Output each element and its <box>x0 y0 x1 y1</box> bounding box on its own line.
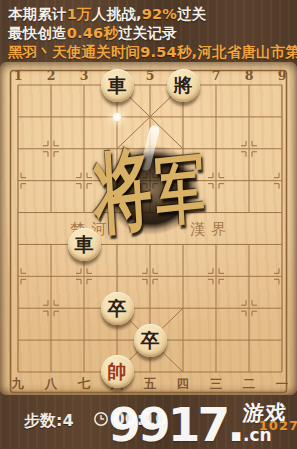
info-line: 本期累计1万人挑战,92%过关 <box>8 5 297 24</box>
moves-value: 4 <box>62 411 73 430</box>
col-label: 二 <box>243 376 256 393</box>
col-label: 八 <box>45 376 58 393</box>
info-line: 黑羽丶天使通关时间9.54秒,河北省唐山市第17 <box>8 43 297 62</box>
piece-red-general[interactable]: 帥 <box>101 355 134 388</box>
app-screen: 本期累计1万人挑战,92%过关最快创造0.46秒过关记录黑羽丶天使通关时间9.5… <box>0 0 297 449</box>
piece-black-soldier-1[interactable]: 卒 <box>101 292 134 325</box>
col-label: 三 <box>210 376 223 393</box>
info-segment: 本期累计 <box>8 6 67 22</box>
info-segment: 1万 <box>67 6 92 22</box>
watermark-domain: .cn <box>243 427 272 443</box>
col-label: 5 <box>146 68 155 83</box>
status-bar: 步数:4 00:10 9917. 游戏 1027 .cn <box>0 395 297 449</box>
challenge-info: 本期累计1万人挑战,92%过关最快创造0.46秒过关记录黑羽丶天使通关时间9.5… <box>8 5 297 62</box>
timer-value: 00:10 <box>113 409 167 429</box>
info-segment: 过关 <box>177 6 206 22</box>
piece-black-general[interactable]: 將 <box>167 69 200 102</box>
col-label: 七 <box>78 376 91 393</box>
check-overlay-text: 将 <box>91 129 155 257</box>
col-label: 五 <box>144 376 157 393</box>
col-label: 3 <box>80 68 89 83</box>
piece-black-soldier-2[interactable]: 卒 <box>134 324 167 357</box>
info-segment: 人挑战, <box>92 6 142 22</box>
col-label: 9 <box>278 68 287 83</box>
info-segment: 最快创造 <box>8 25 67 41</box>
col-label: 7 <box>212 68 221 83</box>
move-counter: 步数:4 <box>24 411 74 432</box>
info-line: 最快创造0.46秒过关记录 <box>8 24 297 43</box>
info-segment: 黑羽丶天使通关时间9.54秒,河北省唐山市第17 <box>8 44 297 60</box>
col-label: 九 <box>12 376 25 393</box>
last-move-marker <box>113 112 122 121</box>
piece-black-chariot-top[interactable]: 車 <box>101 69 134 102</box>
moves-label: 步数: <box>24 411 62 430</box>
info-segment: 92% <box>142 6 177 22</box>
info-segment: 过关记录 <box>118 25 177 41</box>
col-label: 1 <box>14 68 23 83</box>
info-segment: 0.46秒 <box>67 25 118 41</box>
col-label: 8 <box>245 68 254 83</box>
timer: 00:10 <box>93 409 167 429</box>
piece-black-chariot-mid[interactable]: 車 <box>68 228 101 261</box>
clock-icon <box>93 411 109 427</box>
col-label: 四 <box>177 376 190 393</box>
xiangqi-board[interactable]: 123456789 九八七六五四三二一 楚河 漢界 将 军 車將車卒卒帥 <box>0 62 297 395</box>
col-label: 2 <box>47 68 56 83</box>
col-label: 一 <box>276 376 289 393</box>
check-overlay-text: 军 <box>153 138 207 242</box>
watermark-orange-text: 1027 <box>259 418 297 433</box>
watermark-brand: 游戏 <box>242 403 288 423</box>
